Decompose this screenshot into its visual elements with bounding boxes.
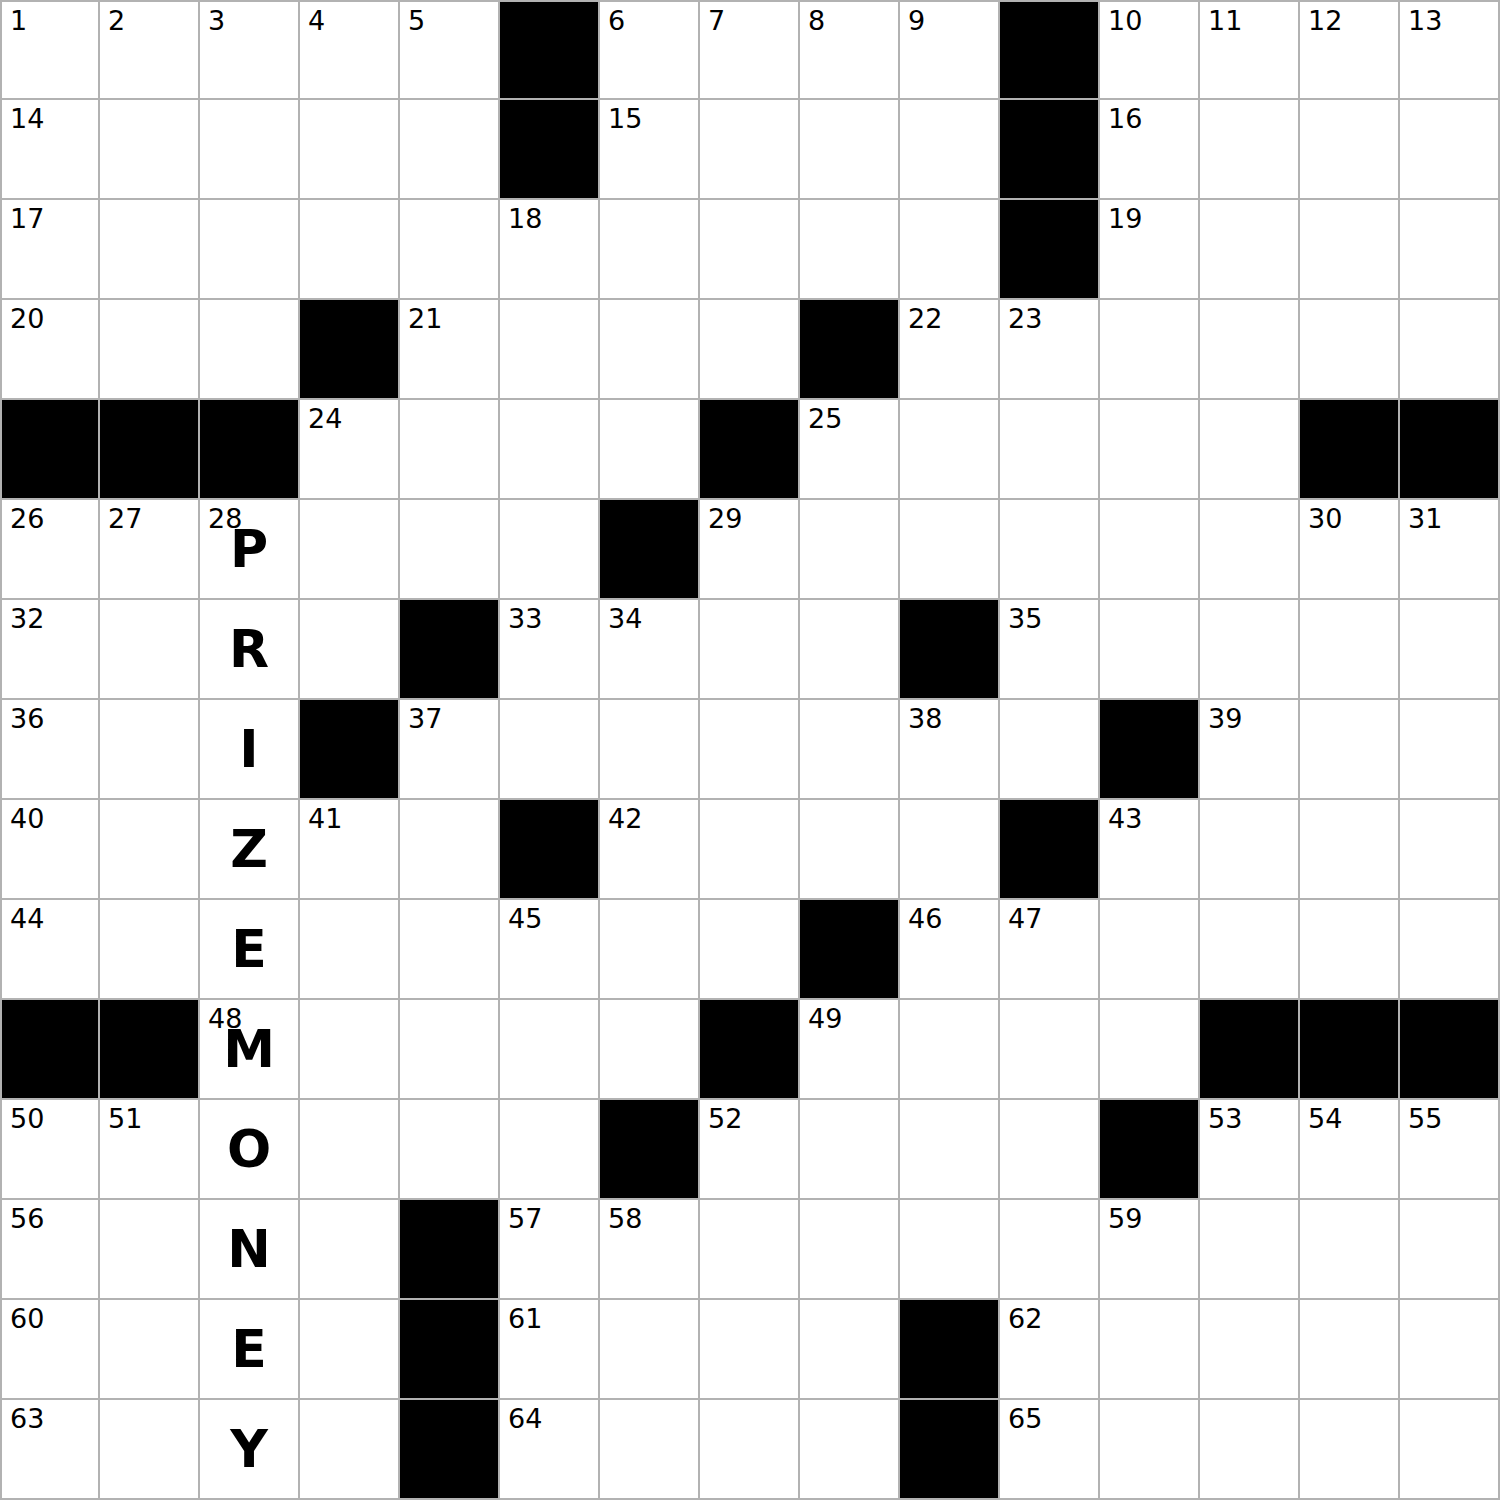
black-cell-r14-c9 [900,1400,1000,1500]
cell-r2-c6[interactable] [600,200,700,300]
cell-r12-c3[interactable] [300,1200,400,1300]
clue-number: 55 [1408,1104,1442,1134]
black-cell-r4-c13 [1300,400,1400,500]
cell-r0-c1[interactable]: 2 [100,0,200,100]
cell-r11-c2[interactable]: O [200,1100,300,1200]
cell-r4-c5[interactable] [500,400,600,500]
black-cell-r11-c6 [600,1100,700,1200]
black-cell-r3-c3 [300,300,400,400]
cell-r0-c3[interactable]: 4 [300,0,400,100]
cell-r9-c3[interactable] [300,900,400,1000]
cell-r11-c5[interactable] [500,1100,600,1200]
cell-letter: Z [200,800,298,898]
cell-r9-c14[interactable] [1400,900,1500,1000]
cell-r12-c9[interactable] [900,1200,1000,1300]
black-cell-r4-c2 [200,400,300,500]
cell-r13-c1[interactable] [100,1300,200,1400]
clue-number: 49 [808,1004,842,1034]
cell-r3-c11[interactable] [1100,300,1200,400]
cell-r5-c7[interactable]: 29 [700,500,800,600]
cell-r7-c7[interactable] [700,700,800,800]
cell-r5-c1[interactable]: 27 [100,500,200,600]
black-cell-r13-c9 [900,1300,1000,1400]
cell-r1-c1[interactable] [100,100,200,200]
black-cell-r8-c5 [500,800,600,900]
cell-r0-c8[interactable]: 8 [800,0,900,100]
cell-r9-c6[interactable] [600,900,700,1000]
cell-r5-c8[interactable] [800,500,900,600]
cell-r11-c4[interactable] [400,1100,500,1200]
cell-r13-c12[interactable] [1200,1300,1300,1400]
cell-r12-c6[interactable]: 58 [600,1200,700,1300]
clue-number: 4 [308,6,325,36]
cell-r12-c13[interactable] [1300,1200,1400,1300]
clue-number: 42 [608,804,642,834]
cell-r13-c5[interactable]: 61 [500,1300,600,1400]
cell-r0-c0[interactable]: 1 [0,0,100,100]
cell-r1-c12[interactable] [1200,100,1300,200]
clue-number: 21 [408,304,442,334]
clue-number: 34 [608,604,642,634]
cell-r4-c10[interactable] [1000,400,1100,500]
cell-r13-c8[interactable] [800,1300,900,1400]
black-cell-r0-c5 [500,0,600,100]
cell-r11-c7[interactable]: 52 [700,1100,800,1200]
cell-r14-c8[interactable] [800,1400,900,1500]
clue-number: 25 [808,404,842,434]
black-cell-r11-c11 [1100,1100,1200,1200]
cell-r6-c7[interactable] [700,600,800,700]
cell-r10-c2[interactable]: 48M [200,1000,300,1100]
cell-r2-c12[interactable] [1200,200,1300,300]
cell-r0-c14[interactable]: 13 [1400,0,1500,100]
cell-r2-c5[interactable]: 18 [500,200,600,300]
black-cell-r4-c7 [700,400,800,500]
clue-number: 51 [108,1104,142,1134]
cell-r11-c8[interactable] [800,1100,900,1200]
cell-r5-c2[interactable]: 28P [200,500,300,600]
clue-number: 18 [508,204,542,234]
cell-r7-c13[interactable] [1300,700,1400,800]
cell-r12-c7[interactable] [700,1200,800,1300]
cell-r7-c2[interactable]: I [200,700,300,800]
cell-r6-c2[interactable]: R [200,600,300,700]
black-cell-r6-c9 [900,600,1000,700]
cell-r10-c10[interactable] [1000,1000,1100,1100]
cell-r9-c12[interactable] [1200,900,1300,1000]
cell-r14-c6[interactable] [600,1400,700,1500]
clue-number: 2 [108,6,125,36]
cell-r0-c13[interactable]: 12 [1300,0,1400,100]
clue-number: 53 [1208,1104,1242,1134]
clue-number: 56 [10,1204,44,1234]
clue-number: 60 [10,1304,44,1334]
cell-r2-c9[interactable] [900,200,1000,300]
cell-r8-c14[interactable] [1400,800,1500,900]
cell-r2-c0[interactable]: 17 [0,200,100,300]
cell-letter: N [200,1200,298,1298]
cell-r7-c10[interactable] [1000,700,1100,800]
cell-r11-c12[interactable]: 53 [1200,1100,1300,1200]
cell-r7-c1[interactable] [100,700,200,800]
clue-number: 61 [508,1304,542,1334]
cell-r2-c7[interactable] [700,200,800,300]
cell-r13-c11[interactable] [1100,1300,1200,1400]
cell-r13-c14[interactable] [1400,1300,1500,1400]
cell-r3-c5[interactable] [500,300,600,400]
cell-r6-c13[interactable] [1300,600,1400,700]
cell-r3-c12[interactable] [1200,300,1300,400]
clue-number: 24 [308,404,342,434]
cell-letter: M [200,1000,298,1098]
clue-number: 39 [1208,704,1242,734]
black-cell-r10-c7 [700,1000,800,1100]
crossword-board: 1234567891011121314151617181920212223242… [0,0,1500,1500]
cell-r3-c0[interactable]: 20 [0,300,100,400]
clue-number: 23 [1008,304,1042,334]
cell-r13-c3[interactable] [300,1300,400,1400]
clue-number: 12 [1308,6,1342,36]
cell-r3-c2[interactable] [200,300,300,400]
cell-r3-c1[interactable] [100,300,200,400]
clue-number: 13 [1408,6,1442,36]
cell-r11-c1[interactable]: 51 [100,1100,200,1200]
cell-r6-c5[interactable]: 33 [500,600,600,700]
cell-r7-c12[interactable]: 39 [1200,700,1300,800]
cell-r14-c13[interactable] [1300,1400,1400,1500]
black-cell-r2-c10 [1000,200,1100,300]
cell-r9-c0[interactable]: 44 [0,900,100,1000]
clue-number: 37 [408,704,442,734]
clue-number: 6 [608,6,625,36]
cell-r8-c4[interactable] [400,800,500,900]
black-cell-r3-c8 [800,300,900,400]
cell-r8-c13[interactable] [1300,800,1400,900]
cell-r4-c8[interactable]: 25 [800,400,900,500]
clue-number: 50 [10,1104,44,1134]
cell-r4-c6[interactable] [600,400,700,500]
clue-number: 16 [1108,104,1142,134]
cell-r2-c3[interactable] [300,200,400,300]
cell-r5-c3[interactable] [300,500,400,600]
clue-number: 46 [908,904,942,934]
cell-r12-c1[interactable] [100,1200,200,1300]
black-cell-r10-c12 [1200,1000,1300,1100]
cell-r8-c1[interactable] [100,800,200,900]
cell-r8-c12[interactable] [1200,800,1300,900]
cell-r1-c0[interactable]: 14 [0,100,100,200]
clue-number: 63 [10,1404,44,1434]
cell-r0-c7[interactable]: 7 [700,0,800,100]
clue-number: 9 [908,6,925,36]
cell-r6-c11[interactable] [1100,600,1200,700]
cell-r7-c5[interactable] [500,700,600,800]
cell-letter: O [200,1100,298,1198]
clue-number: 58 [608,1204,642,1234]
cell-r1-c14[interactable] [1400,100,1500,200]
clue-number: 32 [10,604,44,634]
cell-r10-c5[interactable] [500,1000,600,1100]
clue-number: 8 [808,6,825,36]
cell-r12-c14[interactable] [1400,1200,1500,1300]
cell-r4-c12[interactable] [1200,400,1300,500]
cell-r6-c12[interactable] [1200,600,1300,700]
cell-r5-c5[interactable] [500,500,600,600]
cell-r11-c13[interactable]: 54 [1300,1100,1400,1200]
cell-r1-c9[interactable] [900,100,1000,200]
cell-r8-c0[interactable]: 40 [0,800,100,900]
cell-r7-c6[interactable] [600,700,700,800]
cell-r5-c4[interactable] [400,500,500,600]
cell-r2-c4[interactable] [400,200,500,300]
cell-r14-c14[interactable] [1400,1400,1500,1500]
cell-r0-c2[interactable]: 3 [200,0,300,100]
clue-number: 52 [708,1104,742,1134]
cell-r7-c14[interactable] [1400,700,1500,800]
cell-r0-c11[interactable]: 10 [1100,0,1200,100]
cell-r9-c11[interactable] [1100,900,1200,1000]
black-cell-r12-c4 [400,1200,500,1300]
cell-r1-c13[interactable] [1300,100,1400,200]
cell-r14-c2[interactable]: Y [200,1400,300,1500]
cell-r14-c7[interactable] [700,1400,800,1500]
cell-r14-c11[interactable] [1100,1400,1200,1500]
cell-r10-c3[interactable] [300,1000,400,1100]
clue-number: 35 [1008,604,1042,634]
cell-r11-c14[interactable]: 55 [1400,1100,1500,1200]
cell-r12-c0[interactable]: 56 [0,1200,100,1300]
cell-r7-c4[interactable]: 37 [400,700,500,800]
clue-number: 44 [10,904,44,934]
cell-r9-c9[interactable]: 46 [900,900,1000,1000]
cell-r10-c4[interactable] [400,1000,500,1100]
black-cell-r0-c10 [1000,0,1100,100]
black-cell-r10-c14 [1400,1000,1500,1100]
black-cell-r7-c11 [1100,700,1200,800]
cell-r11-c3[interactable] [300,1100,400,1200]
cell-r12-c12[interactable] [1200,1200,1300,1300]
cell-r12-c10[interactable] [1000,1200,1100,1300]
cell-r1-c3[interactable] [300,100,400,200]
cell-r13-c13[interactable] [1300,1300,1400,1400]
clue-number: 65 [1008,1404,1042,1434]
black-cell-r1-c10 [1000,100,1100,200]
clue-number: 47 [1008,904,1042,934]
cell-r0-c6[interactable]: 6 [600,0,700,100]
cell-r10-c11[interactable] [1100,1000,1200,1100]
cell-letter: I [200,700,298,798]
cell-r3-c9[interactable]: 22 [900,300,1000,400]
clue-number: 59 [1108,1204,1142,1234]
cell-r0-c9[interactable]: 9 [900,0,1000,100]
cell-r6-c10[interactable]: 35 [1000,600,1100,700]
clue-number: 62 [1008,1304,1042,1334]
cell-letter: Y [200,1400,298,1498]
cell-r8-c3[interactable]: 41 [300,800,400,900]
black-cell-r10-c0 [0,1000,100,1100]
black-cell-r6-c4 [400,600,500,700]
black-cell-r10-c13 [1300,1000,1400,1100]
cell-r1-c6[interactable]: 15 [600,100,700,200]
black-cell-r13-c4 [400,1300,500,1400]
black-cell-r5-c6 [600,500,700,600]
cell-r8-c2[interactable]: Z [200,800,300,900]
cell-r14-c1[interactable] [100,1400,200,1500]
cell-r3-c7[interactable] [700,300,800,400]
black-cell-r8-c10 [1000,800,1100,900]
cell-r1-c11[interactable]: 16 [1100,100,1200,200]
cell-r14-c5[interactable]: 64 [500,1400,600,1500]
clue-number: 10 [1108,6,1142,36]
cell-r8-c9[interactable] [900,800,1000,900]
cell-r1-c4[interactable] [400,100,500,200]
cell-r8-c7[interactable] [700,800,800,900]
clue-number: 20 [10,304,44,334]
cell-r9-c10[interactable]: 47 [1000,900,1100,1000]
clue-number: 43 [1108,804,1142,834]
clue-number: 14 [10,104,44,134]
cell-r0-c4[interactable]: 5 [400,0,500,100]
cell-r9-c7[interactable] [700,900,800,1000]
cell-r4-c3[interactable]: 24 [300,400,400,500]
black-cell-r4-c14 [1400,400,1500,500]
cell-r0-c12[interactable]: 11 [1200,0,1300,100]
clue-number: 15 [608,104,642,134]
black-cell-r1-c5 [500,100,600,200]
cell-r9-c4[interactable] [400,900,500,1000]
cell-r7-c8[interactable] [800,700,900,800]
cell-r5-c14[interactable]: 31 [1400,500,1500,600]
cell-r11-c0[interactable]: 50 [0,1100,100,1200]
black-cell-r9-c8 [800,900,900,1000]
cell-r14-c3[interactable] [300,1400,400,1500]
cell-r9-c1[interactable] [100,900,200,1000]
cell-r12-c8[interactable] [800,1200,900,1300]
cell-r5-c9[interactable] [900,500,1000,600]
clue-number: 38 [908,704,942,734]
cell-r5-c11[interactable] [1100,500,1200,600]
cell-r2-c1[interactable] [100,200,200,300]
clue-number: 36 [10,704,44,734]
clue-number: 19 [1108,204,1142,234]
cell-r8-c11[interactable]: 43 [1100,800,1200,900]
cell-letter: R [200,600,298,698]
cell-r2-c13[interactable] [1300,200,1400,300]
clue-number: 1 [10,6,27,36]
clue-number: 11 [1208,6,1242,36]
cell-r9-c13[interactable] [1300,900,1400,1000]
cell-r6-c8[interactable] [800,600,900,700]
black-cell-r14-c4 [400,1400,500,1500]
clue-number: 29 [708,504,742,534]
clue-number: 33 [508,604,542,634]
cell-r4-c9[interactable] [900,400,1000,500]
cell-r12-c2[interactable]: N [200,1200,300,1300]
cell-r3-c6[interactable] [600,300,700,400]
cell-letter: E [200,1300,298,1398]
clue-number: 22 [908,304,942,334]
clue-number: 30 [1308,504,1342,534]
cell-r3-c4[interactable]: 21 [400,300,500,400]
clue-number: 7 [708,6,725,36]
cell-r2-c8[interactable] [800,200,900,300]
cell-r14-c12[interactable] [1200,1400,1300,1500]
clue-number: 27 [108,504,142,534]
cell-r1-c7[interactable] [700,100,800,200]
cell-r2-c14[interactable] [1400,200,1500,300]
clue-number: 31 [1408,504,1442,534]
cell-r9-c5[interactable]: 45 [500,900,600,1000]
clue-number: 26 [10,504,44,534]
clue-number: 45 [508,904,542,934]
cell-r13-c0[interactable]: 60 [0,1300,100,1400]
cell-r10-c6[interactable] [600,1000,700,1100]
clue-number: 57 [508,1204,542,1234]
clue-number: 64 [508,1404,542,1434]
cell-r13-c10[interactable]: 62 [1000,1300,1100,1400]
cell-r7-c0[interactable]: 36 [0,700,100,800]
cell-r10-c8[interactable]: 49 [800,1000,900,1100]
black-cell-r7-c3 [300,700,400,800]
cell-r4-c11[interactable] [1100,400,1200,500]
cell-r13-c6[interactable] [600,1300,700,1400]
clue-number: 5 [408,6,425,36]
cell-r12-c5[interactable]: 57 [500,1200,600,1300]
cell-r11-c9[interactable] [900,1100,1000,1200]
cell-r6-c6[interactable]: 34 [600,600,700,700]
cell-r6-c3[interactable] [300,600,400,700]
cell-r3-c14[interactable] [1400,300,1500,400]
cell-r14-c0[interactable]: 63 [0,1400,100,1500]
cell-r10-c9[interactable] [900,1000,1000,1100]
cell-r13-c7[interactable] [700,1300,800,1400]
black-cell-r4-c0 [0,400,100,500]
cell-r5-c10[interactable] [1000,500,1100,600]
cell-r6-c1[interactable] [100,600,200,700]
cell-r4-c4[interactable] [400,400,500,500]
cell-r3-c13[interactable] [1300,300,1400,400]
cell-r3-c10[interactable]: 23 [1000,300,1100,400]
cell-letter: E [200,900,298,998]
cell-r5-c13[interactable]: 30 [1300,500,1400,600]
clue-number: 54 [1308,1104,1342,1134]
cell-r11-c10[interactable] [1000,1100,1100,1200]
cell-r7-c9[interactable]: 38 [900,700,1000,800]
cell-r5-c0[interactable]: 26 [0,500,100,600]
cell-r9-c2[interactable]: E [200,900,300,1000]
black-cell-r4-c1 [100,400,200,500]
cell-r1-c8[interactable] [800,100,900,200]
clue-number: 41 [308,804,342,834]
clue-number: 3 [208,6,225,36]
cell-r1-c2[interactable] [200,100,300,200]
cell-r8-c6[interactable]: 42 [600,800,700,900]
cell-r6-c0[interactable]: 32 [0,600,100,700]
cell-r5-c12[interactable] [1200,500,1300,600]
cell-r8-c8[interactable] [800,800,900,900]
cell-r14-c10[interactable]: 65 [1000,1400,1100,1500]
clue-number: 17 [10,204,44,234]
black-cell-r10-c1 [100,1000,200,1100]
cell-r2-c2[interactable] [200,200,300,300]
cell-r13-c2[interactable]: E [200,1300,300,1400]
clue-number: 40 [10,804,44,834]
cell-r2-c11[interactable]: 19 [1100,200,1200,300]
cell-r12-c11[interactable]: 59 [1100,1200,1200,1300]
cell-letter: P [200,500,298,598]
cell-r6-c14[interactable] [1400,600,1500,700]
